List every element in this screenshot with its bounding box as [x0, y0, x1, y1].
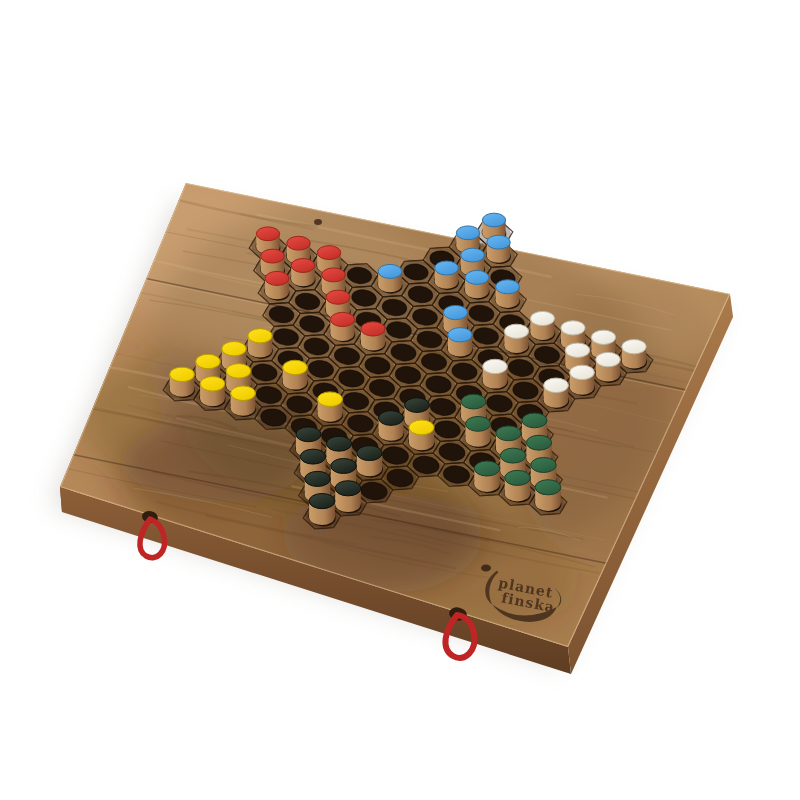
peg-white[interactable] — [504, 324, 528, 353]
peg-white[interactable] — [483, 359, 508, 388]
peg-yellow[interactable] — [231, 386, 256, 416]
peg-black[interactable] — [357, 446, 382, 477]
chinese-checkers-board-photo: planet finska — [0, 0, 800, 800]
peg-blue[interactable] — [378, 264, 402, 292]
peg-black[interactable] — [309, 494, 335, 525]
peg-green[interactable] — [465, 417, 490, 447]
peg-white[interactable] — [544, 378, 569, 408]
peg-yellow[interactable] — [200, 377, 225, 407]
peg-white[interactable] — [596, 352, 621, 381]
peg-yellow[interactable] — [248, 329, 272, 358]
peg-blue[interactable] — [496, 280, 520, 308]
peg-green[interactable] — [535, 480, 561, 511]
peg-yellow[interactable] — [409, 420, 434, 450]
peg-black[interactable] — [378, 411, 403, 441]
peg-green[interactable] — [474, 461, 500, 492]
peg-blue[interactable] — [435, 261, 459, 289]
peg-red[interactable] — [291, 259, 315, 287]
peg-white[interactable] — [530, 311, 554, 340]
peg-green[interactable] — [505, 470, 531, 501]
peg-white[interactable] — [622, 340, 646, 369]
peg-black[interactable] — [335, 481, 361, 512]
peg-red[interactable] — [330, 312, 354, 341]
peg-red[interactable] — [265, 271, 289, 299]
photo-scene: planet finska — [0, 0, 800, 800]
peg-yellow[interactable] — [283, 360, 308, 389]
peg-white[interactable] — [570, 365, 595, 394]
peg-blue[interactable] — [448, 328, 472, 357]
peg-yellow[interactable] — [170, 367, 195, 396]
peg-yellow[interactable] — [318, 392, 343, 422]
peg-blue[interactable] — [465, 270, 489, 298]
peg-red[interactable] — [361, 322, 385, 351]
peg-blue[interactable] — [487, 235, 510, 262]
